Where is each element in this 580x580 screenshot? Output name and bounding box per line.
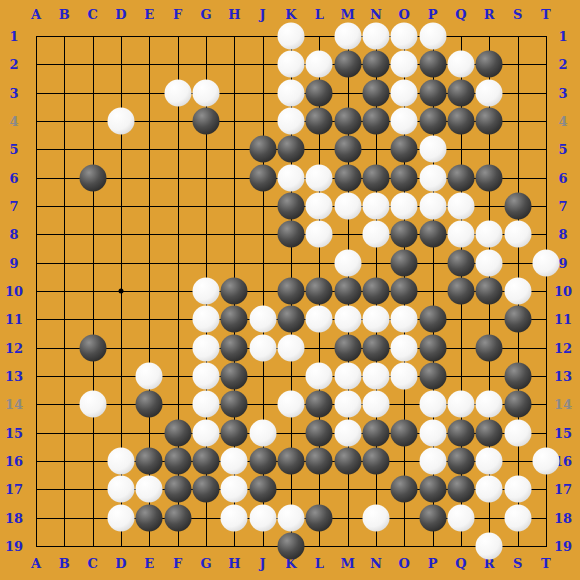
white-stone-Q7[interactable] xyxy=(447,192,474,219)
column-label-top: A xyxy=(31,8,41,21)
row-label-left: 19 xyxy=(5,539,23,552)
row-label-right: 8 xyxy=(558,228,567,241)
white-stone-C14[interactable] xyxy=(79,391,106,418)
white-stone-D18[interactable] xyxy=(107,504,134,531)
white-stone-R16[interactable] xyxy=(476,447,503,474)
row-label-left: 10 xyxy=(5,284,23,297)
black-stone-K5[interactable] xyxy=(277,136,304,163)
white-stone-S8[interactable] xyxy=(504,221,531,248)
column-label-bottom: F xyxy=(173,557,182,570)
row-label-right: 4 xyxy=(558,114,567,127)
row-label-right: 3 xyxy=(558,86,567,99)
white-stone-D16[interactable] xyxy=(107,447,134,474)
white-stone-M14[interactable] xyxy=(334,391,361,418)
black-stone-H15[interactable] xyxy=(221,419,248,446)
black-stone-Q9[interactable] xyxy=(447,249,474,276)
black-stone-Q6[interactable] xyxy=(447,164,474,191)
black-stone-N6[interactable] xyxy=(362,164,389,191)
row-label-left: 15 xyxy=(5,426,23,439)
white-stone-P1[interactable] xyxy=(419,23,446,50)
white-stone-G3[interactable] xyxy=(192,79,219,106)
black-stone-H14[interactable] xyxy=(221,391,248,418)
white-stone-S10[interactable] xyxy=(504,277,531,304)
black-stone-O10[interactable] xyxy=(391,277,418,304)
white-stone-G11[interactable] xyxy=(192,306,219,333)
black-stone-J16[interactable] xyxy=(249,447,276,474)
white-stone-G12[interactable] xyxy=(192,334,219,361)
black-stone-Q17[interactable] xyxy=(447,476,474,503)
row-label-left: 5 xyxy=(9,143,18,156)
white-stone-R8[interactable] xyxy=(476,221,503,248)
column-label-top: P xyxy=(428,8,438,21)
white-stone-P6[interactable] xyxy=(419,164,446,191)
black-stone-O17[interactable] xyxy=(391,476,418,503)
white-stone-O2[interactable] xyxy=(391,51,418,78)
row-label-left: 11 xyxy=(5,313,23,326)
row-label-left: 12 xyxy=(5,341,23,354)
black-stone-L15[interactable] xyxy=(306,419,333,446)
white-stone-O3[interactable] xyxy=(391,79,418,106)
row-label-left: 7 xyxy=(9,199,18,212)
row-label-right: 13 xyxy=(554,369,572,382)
white-stone-O12[interactable] xyxy=(391,334,418,361)
black-stone-L14[interactable] xyxy=(306,391,333,418)
black-stone-Q16[interactable] xyxy=(447,447,474,474)
row-label-left: 13 xyxy=(5,369,23,382)
column-label-bottom: M xyxy=(340,557,354,570)
black-stone-S11[interactable] xyxy=(504,306,531,333)
row-label-right: 7 xyxy=(558,199,567,212)
white-stone-L13[interactable] xyxy=(306,362,333,389)
white-stone-G15[interactable] xyxy=(192,419,219,446)
white-stone-Q8[interactable] xyxy=(447,221,474,248)
column-label-bottom: C xyxy=(87,557,97,570)
black-stone-Q4[interactable] xyxy=(447,107,474,134)
column-label-bottom: S xyxy=(513,557,522,570)
white-stone-O7[interactable] xyxy=(391,192,418,219)
black-stone-C12[interactable] xyxy=(79,334,106,361)
white-stone-H16[interactable] xyxy=(221,447,248,474)
black-stone-L10[interactable] xyxy=(306,277,333,304)
column-label-top: T xyxy=(541,8,551,21)
white-stone-R3[interactable] xyxy=(476,79,503,106)
row-label-left: 6 xyxy=(9,171,18,184)
white-stone-O13[interactable] xyxy=(391,362,418,389)
black-stone-K8[interactable] xyxy=(277,221,304,248)
white-stone-N18[interactable] xyxy=(362,504,389,531)
black-stone-O9[interactable] xyxy=(391,249,418,276)
black-stone-N12[interactable] xyxy=(362,334,389,361)
go-board[interactable]: AABBCCDDEEFFGGHHJJKKLLMMNNOOPPQQRRSSTT11… xyxy=(0,0,580,580)
white-stone-J12[interactable] xyxy=(249,334,276,361)
black-stone-P4[interactable] xyxy=(419,107,446,134)
black-stone-H10[interactable] xyxy=(221,277,248,304)
column-label-top: N xyxy=(370,8,382,21)
black-stone-N10[interactable] xyxy=(362,277,389,304)
row-label-left: 2 xyxy=(9,58,18,71)
white-stone-H17[interactable] xyxy=(221,476,248,503)
column-label-top: L xyxy=(315,8,324,21)
black-stone-J6[interactable] xyxy=(249,164,276,191)
white-stone-N7[interactable] xyxy=(362,192,389,219)
black-stone-N15[interactable] xyxy=(362,419,389,446)
white-stone-Q18[interactable] xyxy=(447,504,474,531)
column-label-top: O xyxy=(399,8,410,21)
black-stone-R15[interactable] xyxy=(476,419,503,446)
black-stone-O5[interactable] xyxy=(391,136,418,163)
row-label-left: 4 xyxy=(9,114,18,127)
column-label-bottom: B xyxy=(59,557,70,570)
white-stone-P5[interactable] xyxy=(419,136,446,163)
column-label-bottom: J xyxy=(260,557,266,570)
black-stone-M5[interactable] xyxy=(334,136,361,163)
black-stone-O15[interactable] xyxy=(391,419,418,446)
white-stone-T9[interactable] xyxy=(532,249,559,276)
row-label-right: 1 xyxy=(558,30,567,43)
white-stone-K1[interactable] xyxy=(277,23,304,50)
column-label-bottom: P xyxy=(428,557,438,570)
row-label-left: 1 xyxy=(9,30,18,43)
white-stone-F3[interactable] xyxy=(164,79,191,106)
white-stone-N11[interactable] xyxy=(362,306,389,333)
black-stone-G17[interactable] xyxy=(192,476,219,503)
black-stone-F18[interactable] xyxy=(164,504,191,531)
black-stone-P11[interactable] xyxy=(419,306,446,333)
black-stone-K7[interactable] xyxy=(277,192,304,219)
white-stone-K2[interactable] xyxy=(277,51,304,78)
white-stone-K18[interactable] xyxy=(277,504,304,531)
black-stone-J17[interactable] xyxy=(249,476,276,503)
white-stone-N8[interactable] xyxy=(362,221,389,248)
white-stone-T16[interactable] xyxy=(532,447,559,474)
black-stone-E18[interactable] xyxy=(136,504,163,531)
black-stone-L18[interactable] xyxy=(306,504,333,531)
column-label-bottom: N xyxy=(370,557,382,570)
white-stone-J11[interactable] xyxy=(249,306,276,333)
white-stone-M7[interactable] xyxy=(334,192,361,219)
black-stone-P12[interactable] xyxy=(419,334,446,361)
black-stone-C6[interactable] xyxy=(79,164,106,191)
black-stone-F16[interactable] xyxy=(164,447,191,474)
column-label-bottom: Q xyxy=(455,557,466,570)
row-label-left: 14 xyxy=(5,398,23,411)
row-label-left: 18 xyxy=(5,511,23,524)
white-stone-R14[interactable] xyxy=(476,391,503,418)
black-stone-M4[interactable] xyxy=(334,107,361,134)
black-stone-L3[interactable] xyxy=(306,79,333,106)
row-label-left: 17 xyxy=(5,483,23,496)
column-label-top: B xyxy=(59,8,70,21)
column-label-top: M xyxy=(340,8,354,21)
white-stone-E17[interactable] xyxy=(136,476,163,503)
white-stone-Q2[interactable] xyxy=(447,51,474,78)
white-stone-M13[interactable] xyxy=(334,362,361,389)
row-label-left: 9 xyxy=(9,256,18,269)
row-label-right: 12 xyxy=(554,341,572,354)
black-stone-F17[interactable] xyxy=(164,476,191,503)
white-stone-S15[interactable] xyxy=(504,419,531,446)
column-label-top: J xyxy=(260,8,266,21)
black-stone-M12[interactable] xyxy=(334,334,361,361)
white-stone-J18[interactable] xyxy=(249,504,276,531)
white-stone-P7[interactable] xyxy=(419,192,446,219)
white-stone-K12[interactable] xyxy=(277,334,304,361)
black-stone-N2[interactable] xyxy=(362,51,389,78)
black-stone-O6[interactable] xyxy=(391,164,418,191)
white-stone-K3[interactable] xyxy=(277,79,304,106)
black-stone-M10[interactable] xyxy=(334,277,361,304)
white-stone-M1[interactable] xyxy=(334,23,361,50)
white-stone-P15[interactable] xyxy=(419,419,446,446)
column-label-top: D xyxy=(115,8,126,21)
column-label-top: E xyxy=(144,8,154,21)
black-stone-S14[interactable] xyxy=(504,391,531,418)
black-stone-M2[interactable] xyxy=(334,51,361,78)
black-stone-N16[interactable] xyxy=(362,447,389,474)
row-label-right: 19 xyxy=(554,539,572,552)
black-stone-R10[interactable] xyxy=(476,277,503,304)
row-label-right: 2 xyxy=(558,58,567,71)
white-stone-R17[interactable] xyxy=(476,476,503,503)
column-label-top: G xyxy=(200,8,211,21)
black-stone-K10[interactable] xyxy=(277,277,304,304)
black-stone-M16[interactable] xyxy=(334,447,361,474)
black-stone-K16[interactable] xyxy=(277,447,304,474)
row-label-right: 10 xyxy=(554,284,572,297)
white-stone-O11[interactable] xyxy=(391,306,418,333)
black-stone-E16[interactable] xyxy=(136,447,163,474)
row-label-right: 15 xyxy=(554,426,572,439)
white-stone-P16[interactable] xyxy=(419,447,446,474)
black-stone-P13[interactable] xyxy=(419,362,446,389)
white-stone-R19[interactable] xyxy=(476,532,503,559)
white-stone-K4[interactable] xyxy=(277,107,304,134)
white-stone-K14[interactable] xyxy=(277,391,304,418)
black-stone-K19[interactable] xyxy=(277,532,304,559)
black-stone-Q10[interactable] xyxy=(447,277,474,304)
row-label-right: 6 xyxy=(558,171,567,184)
column-label-top: H xyxy=(228,8,240,21)
black-stone-H13[interactable] xyxy=(221,362,248,389)
column-label-top: S xyxy=(513,8,522,21)
black-stone-R6[interactable] xyxy=(476,164,503,191)
white-stone-N1[interactable] xyxy=(362,23,389,50)
white-stone-N13[interactable] xyxy=(362,362,389,389)
column-label-bottom: O xyxy=(399,557,410,570)
row-label-right: 14 xyxy=(554,398,572,411)
black-stone-N4[interactable] xyxy=(362,107,389,134)
white-stone-N14[interactable] xyxy=(362,391,389,418)
black-stone-G16[interactable] xyxy=(192,447,219,474)
white-stone-O1[interactable] xyxy=(391,23,418,50)
star-point xyxy=(118,288,123,293)
black-stone-L4[interactable] xyxy=(306,107,333,134)
column-label-bottom: L xyxy=(315,557,324,570)
black-stone-P2[interactable] xyxy=(419,51,446,78)
black-stone-E14[interactable] xyxy=(136,391,163,418)
black-stone-S7[interactable] xyxy=(504,192,531,219)
white-stone-L6[interactable] xyxy=(306,164,333,191)
black-stone-P17[interactable] xyxy=(419,476,446,503)
column-label-top: K xyxy=(285,8,296,21)
white-stone-M15[interactable] xyxy=(334,419,361,446)
black-stone-H11[interactable] xyxy=(221,306,248,333)
row-label-right: 5 xyxy=(558,143,567,156)
black-stone-O8[interactable] xyxy=(391,221,418,248)
white-stone-H18[interactable] xyxy=(221,504,248,531)
white-stone-L8[interactable] xyxy=(306,221,333,248)
column-label-bottom: A xyxy=(31,557,41,570)
column-label-top: C xyxy=(87,8,97,21)
black-stone-L16[interactable] xyxy=(306,447,333,474)
grid-line-horizontal xyxy=(36,376,547,377)
row-label-right: 9 xyxy=(558,256,567,269)
white-stone-M11[interactable] xyxy=(334,306,361,333)
row-label-right: 11 xyxy=(554,313,572,326)
black-stone-R4[interactable] xyxy=(476,107,503,134)
white-stone-P14[interactable] xyxy=(419,391,446,418)
row-label-left: 16 xyxy=(5,454,23,467)
black-stone-P3[interactable] xyxy=(419,79,446,106)
black-stone-Q15[interactable] xyxy=(447,419,474,446)
column-label-bottom: E xyxy=(144,557,154,570)
white-stone-E13[interactable] xyxy=(136,362,163,389)
white-stone-M9[interactable] xyxy=(334,249,361,276)
white-stone-S17[interactable] xyxy=(504,476,531,503)
white-stone-L2[interactable] xyxy=(306,51,333,78)
column-label-top: F xyxy=(173,8,182,21)
column-label-top: R xyxy=(484,8,495,21)
black-stone-H12[interactable] xyxy=(221,334,248,361)
black-stone-P8[interactable] xyxy=(419,221,446,248)
column-label-bottom: H xyxy=(228,557,240,570)
white-stone-G10[interactable] xyxy=(192,277,219,304)
black-stone-Q3[interactable] xyxy=(447,79,474,106)
white-stone-K6[interactable] xyxy=(277,164,304,191)
white-stone-Q14[interactable] xyxy=(447,391,474,418)
column-label-bottom: D xyxy=(115,557,126,570)
black-stone-G4[interactable] xyxy=(192,107,219,134)
white-stone-L11[interactable] xyxy=(306,306,333,333)
white-stone-G13[interactable] xyxy=(192,362,219,389)
row-label-right: 18 xyxy=(554,511,572,524)
white-stone-S18[interactable] xyxy=(504,504,531,531)
black-stone-F15[interactable] xyxy=(164,419,191,446)
white-stone-R9[interactable] xyxy=(476,249,503,276)
white-stone-D4[interactable] xyxy=(107,107,134,134)
black-stone-S13[interactable] xyxy=(504,362,531,389)
white-stone-G14[interactable] xyxy=(192,391,219,418)
black-stone-P18[interactable] xyxy=(419,504,446,531)
black-stone-N3[interactable] xyxy=(362,79,389,106)
column-label-bottom: T xyxy=(541,557,551,570)
white-stone-O4[interactable] xyxy=(391,107,418,134)
black-stone-J5[interactable] xyxy=(249,136,276,163)
white-stone-L7[interactable] xyxy=(306,192,333,219)
black-stone-M6[interactable] xyxy=(334,164,361,191)
column-label-top: Q xyxy=(455,8,466,21)
white-stone-J15[interactable] xyxy=(249,419,276,446)
black-stone-R2[interactable] xyxy=(476,51,503,78)
column-label-bottom: G xyxy=(200,557,211,570)
row-label-right: 17 xyxy=(554,483,572,496)
row-label-left: 3 xyxy=(9,86,18,99)
row-label-left: 8 xyxy=(9,228,18,241)
black-stone-R12[interactable] xyxy=(476,334,503,361)
white-stone-D17[interactable] xyxy=(107,476,134,503)
black-stone-K11[interactable] xyxy=(277,306,304,333)
